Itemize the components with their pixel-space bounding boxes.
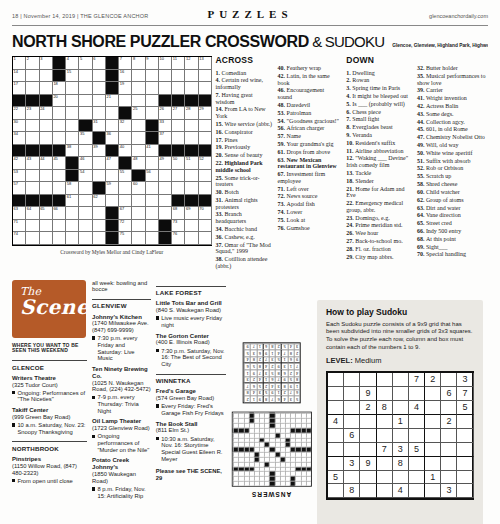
sudoku-empty-cell[interactable] bbox=[393, 401, 409, 415]
crossword-cell[interactable] bbox=[146, 207, 159, 220]
clue-item: 34. Bacchic band bbox=[216, 226, 273, 233]
clue-item: 52. Rob or Orbison bbox=[417, 165, 488, 172]
crossword-cell[interactable] bbox=[199, 120, 212, 133]
sudoku-empty-cell[interactable] bbox=[425, 387, 441, 401]
crossword-answer-cell bbox=[274, 432, 279, 437]
crossword-cell[interactable] bbox=[159, 207, 172, 220]
crossword-cell[interactable] bbox=[53, 132, 66, 145]
sudoku-empty-cell[interactable] bbox=[457, 471, 473, 485]
crossword-cell[interactable] bbox=[26, 132, 39, 145]
crossword-cell[interactable]: 53 bbox=[13, 170, 26, 183]
crossword-cell[interactable]: 31 bbox=[93, 120, 106, 133]
sudoku-empty-cell[interactable] bbox=[344, 443, 360, 457]
sudoku-empty-cell[interactable] bbox=[409, 415, 425, 429]
crossword-cell[interactable]: 34 bbox=[13, 132, 26, 145]
sudoku-answer-cell: 4 bbox=[287, 343, 293, 350]
crossword-answer-cell bbox=[243, 432, 248, 437]
crossword-cell[interactable] bbox=[146, 220, 159, 233]
crossword-cell[interactable]: 8 bbox=[132, 57, 145, 70]
crossword-cell[interactable]: 9 bbox=[146, 57, 159, 70]
crossword-cell[interactable] bbox=[79, 232, 92, 245]
crossword-cell[interactable] bbox=[93, 170, 106, 183]
sudoku-empty-cell[interactable] bbox=[360, 484, 376, 498]
crossword-black-cell bbox=[159, 95, 172, 108]
crossword-cell[interactable] bbox=[106, 170, 119, 183]
venue-address: (1850 Waukegan Road) bbox=[92, 471, 151, 484]
crossword-cell[interactable]: 36 bbox=[106, 132, 119, 145]
crossword-cell[interactable] bbox=[53, 182, 66, 195]
sudoku-empty-cell[interactable] bbox=[377, 429, 393, 443]
sudoku-empty-cell[interactable] bbox=[409, 457, 425, 471]
event-text: 10:30 a.m. Saturday, Nov. 16: Storytime … bbox=[161, 436, 226, 463]
sudoku-empty-cell[interactable] bbox=[409, 471, 425, 485]
sudoku-empty-cell[interactable] bbox=[425, 415, 441, 429]
crossword-cell[interactable] bbox=[199, 220, 212, 233]
crossword-answer-cell bbox=[253, 423, 258, 428]
crossword-cell[interactable] bbox=[132, 95, 145, 108]
sudoku-empty-cell[interactable] bbox=[328, 387, 344, 401]
crossword-cell[interactable] bbox=[185, 220, 198, 233]
crossword-answer-cell bbox=[259, 413, 264, 418]
crossword-answer-cell bbox=[248, 413, 253, 418]
crossword-cell[interactable]: 28 bbox=[185, 107, 198, 120]
clue-number: 34 bbox=[14, 132, 18, 136]
clue-number: 64 bbox=[27, 207, 31, 211]
clue-item: 66. Indy 500 entry bbox=[417, 228, 488, 235]
crossword-cell[interactable] bbox=[132, 220, 145, 233]
crossword-cell[interactable] bbox=[26, 70, 39, 83]
crossword-cell[interactable] bbox=[106, 120, 119, 133]
crossword-cell[interactable]: 6 bbox=[93, 57, 106, 70]
sudoku-given-cell: 5 bbox=[457, 401, 473, 415]
event-text: Live music every Friday night bbox=[161, 315, 226, 328]
clue-number: 58 bbox=[67, 182, 71, 186]
crossword-cell[interactable] bbox=[132, 120, 145, 133]
crossword-cell[interactable] bbox=[26, 82, 39, 95]
crossword-cell[interactable] bbox=[106, 107, 119, 120]
crossword-cell[interactable]: 10 bbox=[159, 57, 172, 70]
sudoku-empty-cell[interactable] bbox=[457, 415, 473, 429]
sudoku-given-cell: 1 bbox=[393, 415, 409, 429]
crossword-cell[interactable] bbox=[146, 157, 159, 170]
crossword-cell[interactable] bbox=[185, 120, 198, 133]
page-header: 18 | November 14, 2019 | THE GLENCOE ANC… bbox=[12, 8, 488, 26]
crossword-cell[interactable]: 41 bbox=[146, 145, 159, 158]
sudoku-empty-cell[interactable] bbox=[360, 373, 376, 387]
sudoku-given-cell: 9 bbox=[360, 457, 376, 471]
sudoku-empty-cell[interactable] bbox=[377, 415, 393, 429]
clue-number: 68 bbox=[173, 207, 177, 211]
sudoku-empty-cell[interactable] bbox=[425, 429, 441, 443]
crossword-cell[interactable]: 76 bbox=[172, 232, 185, 245]
event-item: 10 a.m. Saturday, Nov. 23: Snoopy Thanks… bbox=[12, 422, 87, 435]
clue-number: 17 bbox=[14, 82, 18, 86]
crossword-cell[interactable] bbox=[159, 82, 172, 95]
crossword-cell[interactable]: 69 bbox=[185, 207, 198, 220]
crossword-cell[interactable] bbox=[40, 70, 53, 83]
crossword-cell[interactable]: 22 bbox=[13, 107, 26, 120]
venue-address: (1025 N. Waukegan Road, (224) 432-5472) bbox=[92, 380, 151, 393]
crossword-cell[interactable] bbox=[185, 170, 198, 183]
crossword-black-cell bbox=[40, 195, 53, 208]
sudoku-empty-cell[interactable] bbox=[344, 373, 360, 387]
sudoku-empty-cell[interactable] bbox=[441, 429, 457, 443]
crossword-cell[interactable] bbox=[172, 70, 185, 83]
sudoku-empty-cell[interactable] bbox=[457, 429, 473, 443]
crossword-cell[interactable] bbox=[66, 82, 79, 95]
crossword-answer-cell bbox=[269, 461, 274, 466]
crossword-cell[interactable] bbox=[185, 132, 198, 145]
crossword-cell[interactable] bbox=[79, 95, 92, 108]
sudoku-empty-cell[interactable] bbox=[344, 387, 360, 401]
crossword-cell[interactable]: 39 bbox=[93, 145, 106, 158]
crossword-cell[interactable] bbox=[79, 195, 92, 208]
crossword-cell[interactable] bbox=[66, 107, 79, 120]
clue-number: 53 bbox=[14, 170, 18, 174]
crossword-cell[interactable]: 16 bbox=[119, 70, 132, 83]
crossword-cell[interactable]: 37 bbox=[159, 132, 172, 145]
crossword-cell[interactable]: 2 bbox=[26, 57, 39, 70]
clue-number: 39 bbox=[93, 145, 97, 149]
crossword-cell[interactable] bbox=[119, 132, 132, 145]
crossword-cell[interactable] bbox=[93, 82, 106, 95]
sudoku-empty-cell[interactable] bbox=[393, 429, 409, 443]
crossword-cell[interactable] bbox=[40, 232, 53, 245]
crossword-cell[interactable]: 43 bbox=[26, 157, 39, 170]
crossword-answer-cell bbox=[269, 413, 274, 418]
crossword-cell[interactable] bbox=[146, 232, 159, 245]
crossword-cell[interactable]: 1 bbox=[13, 57, 26, 70]
sudoku-empty-cell[interactable] bbox=[377, 484, 393, 498]
crossword-cell[interactable] bbox=[66, 132, 79, 145]
crossword-cell[interactable] bbox=[40, 82, 53, 95]
crossword-grid[interactable]: 1234567891011121314151617181920212223242… bbox=[12, 56, 212, 246]
sudoku-empty-cell[interactable] bbox=[377, 373, 393, 387]
crossword-cell[interactable]: 45 bbox=[53, 157, 66, 170]
sudoku-empty-cell[interactable] bbox=[441, 443, 457, 457]
crossword-cell[interactable] bbox=[185, 232, 198, 245]
crossword-cell[interactable] bbox=[26, 220, 39, 233]
crossword-cell[interactable] bbox=[93, 95, 106, 108]
crossword-cell[interactable] bbox=[119, 195, 132, 208]
crossword-cell[interactable]: 74 bbox=[13, 232, 26, 245]
crossword-cell[interactable] bbox=[199, 82, 212, 95]
crossword-cell[interactable]: 3 bbox=[40, 57, 53, 70]
crossword-answer-cell bbox=[264, 452, 269, 457]
crossword-cell[interactable] bbox=[79, 145, 92, 158]
crossword-cell[interactable] bbox=[172, 82, 185, 95]
sudoku-empty-cell[interactable] bbox=[441, 457, 457, 471]
sudoku-answer-cell: 7 bbox=[268, 395, 274, 402]
crossword-cell[interactable]: 50 bbox=[172, 157, 185, 170]
crossword-cell[interactable] bbox=[53, 107, 66, 120]
crossword-cell[interactable]: 13 bbox=[199, 57, 212, 70]
event-text: Every Friday: Fred's Garage Fish Fry Fri… bbox=[161, 403, 226, 416]
crossword-cell[interactable]: 30 bbox=[13, 120, 26, 133]
crossword-cell[interactable]: 72 bbox=[119, 220, 132, 233]
down-header: DOWN bbox=[346, 56, 412, 66]
crossword-cell[interactable]: 44 bbox=[40, 157, 53, 170]
crossword-cell[interactable]: 49 bbox=[159, 157, 172, 170]
crossword-cell[interactable] bbox=[26, 182, 39, 195]
sudoku-empty-cell[interactable] bbox=[344, 471, 360, 485]
clue-item: 56. African charger bbox=[278, 125, 340, 132]
crossword-cell[interactable] bbox=[79, 107, 92, 120]
sudoku-empty-cell[interactable] bbox=[393, 373, 409, 387]
crossword-black-cell bbox=[172, 95, 185, 108]
crossword-cell[interactable] bbox=[132, 70, 145, 83]
sudoku-empty-cell[interactable] bbox=[441, 471, 457, 485]
crossword-cell[interactable]: 24 bbox=[40, 107, 53, 120]
website-url: glencoeanchordaily.com bbox=[318, 13, 488, 19]
crossword-cell[interactable]: 57 bbox=[13, 182, 26, 195]
crossword-cell[interactable]: 11 bbox=[172, 57, 185, 70]
crossword-cell[interactable] bbox=[106, 195, 119, 208]
crossword-black-cell bbox=[185, 95, 198, 108]
crossword-cell[interactable]: 66 bbox=[53, 207, 66, 220]
crossword-cell[interactable]: 61 bbox=[66, 195, 79, 208]
crossword-cell[interactable] bbox=[119, 182, 132, 195]
sudoku-empty-cell[interactable] bbox=[457, 457, 473, 471]
sudoku-empty-cell[interactable] bbox=[377, 471, 393, 485]
sudoku-answer-cell: 2 bbox=[244, 395, 250, 402]
clue-number: 56 bbox=[146, 170, 150, 174]
crossword-cell[interactable] bbox=[40, 182, 53, 195]
crossword-cell[interactable]: 75 bbox=[119, 232, 132, 245]
crossword-answer-cell bbox=[295, 466, 300, 471]
crossword-answer-cell bbox=[259, 447, 264, 452]
crossword-cell[interactable] bbox=[26, 170, 39, 183]
sudoku-empty-cell[interactable] bbox=[344, 401, 360, 415]
crossword-cell[interactable]: 51 bbox=[185, 157, 198, 170]
crossword-cell[interactable] bbox=[172, 120, 185, 133]
sudoku-empty-cell[interactable] bbox=[328, 443, 344, 457]
crossword-cell[interactable]: 15 bbox=[66, 70, 79, 83]
crossword-cell[interactable]: 21 bbox=[106, 95, 119, 108]
crossword-cell[interactable]: 48 bbox=[132, 157, 145, 170]
crossword-cell[interactable]: 52 bbox=[199, 157, 212, 170]
crossword-cell[interactable]: 64 bbox=[26, 207, 39, 220]
crossword-answer-cell bbox=[259, 481, 264, 486]
crossword-cell[interactable]: 7 bbox=[119, 57, 132, 70]
sudoku-empty-cell[interactable] bbox=[425, 457, 441, 471]
crossword-cell[interactable] bbox=[66, 120, 79, 133]
crossword-cell[interactable]: 40 bbox=[119, 145, 132, 158]
sudoku-empty-cell[interactable] bbox=[377, 387, 393, 401]
crossword-cell[interactable]: 38 bbox=[66, 145, 79, 158]
sudoku-empty-cell[interactable] bbox=[344, 415, 360, 429]
crossword-cell[interactable] bbox=[185, 82, 198, 95]
crossword-cell[interactable] bbox=[93, 232, 106, 245]
venue-listing: The Book Stall(811 Elm St.)10:30 a.m. Sa… bbox=[156, 421, 226, 463]
crossword-cell[interactable] bbox=[132, 195, 145, 208]
sudoku-grid[interactable]: 7239672845412673539851843 bbox=[326, 371, 474, 500]
crossword-cell[interactable] bbox=[159, 182, 172, 195]
crossword-cell[interactable]: 55 bbox=[119, 170, 132, 183]
sudoku-empty-cell[interactable] bbox=[328, 373, 344, 387]
crossword-cell[interactable] bbox=[93, 157, 106, 170]
crossword-cell[interactable]: 5 bbox=[79, 57, 92, 70]
crossword-cell[interactable] bbox=[93, 220, 106, 233]
crossword-cell[interactable] bbox=[132, 207, 145, 220]
crossword-cell[interactable]: 29 bbox=[199, 107, 212, 120]
crossword-cell[interactable] bbox=[93, 107, 106, 120]
crossword-cell[interactable]: 58 bbox=[66, 182, 79, 195]
crossword-cell[interactable] bbox=[146, 82, 159, 95]
sudoku-empty-cell[interactable] bbox=[425, 401, 441, 415]
clue-item: 74. Lower bbox=[278, 209, 340, 216]
sudoku-empty-cell[interactable] bbox=[328, 457, 344, 471]
crossword-cell[interactable]: 12 bbox=[185, 57, 198, 70]
crossword-cell[interactable] bbox=[40, 132, 53, 145]
crossword-cell[interactable] bbox=[79, 182, 92, 195]
crossword-cell[interactable] bbox=[159, 70, 172, 83]
crossword-cell[interactable]: 42 bbox=[13, 157, 26, 170]
crossword-cell[interactable]: 70 bbox=[199, 207, 212, 220]
crossword-cell[interactable]: 25 bbox=[132, 107, 145, 120]
sudoku-answer-cell: 5 bbox=[287, 376, 293, 383]
sudoku-empty-cell[interactable] bbox=[457, 484, 473, 498]
crossword-cell[interactable]: 19 bbox=[119, 82, 132, 95]
crossword-cell[interactable]: 59 bbox=[106, 182, 119, 195]
crossword-answer-cell bbox=[295, 476, 300, 481]
crossword-cell[interactable] bbox=[199, 132, 212, 145]
sudoku-empty-cell[interactable] bbox=[377, 457, 393, 471]
sudoku-empty-cell[interactable] bbox=[425, 484, 441, 498]
sudoku-empty-cell[interactable] bbox=[409, 387, 425, 401]
sudoku-empty-cell[interactable] bbox=[457, 443, 473, 457]
crossword-cell[interactable]: 33 bbox=[159, 120, 172, 133]
crossword-cell[interactable] bbox=[172, 170, 185, 183]
crossword-cell[interactable] bbox=[40, 220, 53, 233]
sudoku-empty-cell[interactable] bbox=[360, 443, 376, 457]
crossword-cell[interactable]: 27 bbox=[172, 107, 185, 120]
crossword-cell[interactable]: 35 bbox=[79, 132, 92, 145]
crossword-cell[interactable] bbox=[79, 207, 92, 220]
crossword-cell[interactable]: 14 bbox=[13, 70, 26, 83]
sudoku-empty-cell[interactable] bbox=[328, 484, 344, 498]
clue-number: 59 bbox=[106, 182, 110, 186]
crossword-cell[interactable] bbox=[93, 70, 106, 83]
sudoku-empty-cell[interactable] bbox=[409, 429, 425, 443]
crossword-cell[interactable] bbox=[40, 170, 53, 183]
crossword-cell[interactable] bbox=[199, 170, 212, 183]
crossword-cell[interactable] bbox=[119, 95, 132, 108]
sudoku-empty-cell[interactable] bbox=[360, 415, 376, 429]
crossword-black-cell bbox=[13, 145, 26, 158]
crossword-cell[interactable] bbox=[132, 145, 145, 158]
crossword-cell[interactable] bbox=[53, 232, 66, 245]
crossword-cell[interactable] bbox=[79, 82, 92, 95]
sudoku-empty-cell[interactable] bbox=[360, 471, 376, 485]
crossword-cell[interactable] bbox=[132, 82, 145, 95]
crossword-answer-cell bbox=[259, 432, 264, 437]
crossword-cell[interactable] bbox=[79, 70, 92, 83]
scene-tagline: WHERE YOU WANT TO BE SEEN THIS WEEKEND bbox=[12, 343, 84, 355]
crossword-cell[interactable]: 62 bbox=[93, 195, 106, 208]
sudoku-empty-cell[interactable] bbox=[328, 401, 344, 415]
crossword-cell[interactable]: 60 bbox=[132, 182, 145, 195]
crossword-cell[interactable]: 56 bbox=[146, 170, 159, 183]
crossword-cell[interactable] bbox=[172, 182, 185, 195]
crossword-cell[interactable] bbox=[146, 70, 159, 83]
crossword-cell[interactable] bbox=[132, 132, 145, 145]
crossword-cell[interactable]: 23 bbox=[26, 107, 39, 120]
crossword-cell[interactable] bbox=[40, 120, 53, 133]
crossword-cell[interactable]: 68 bbox=[172, 207, 185, 220]
sudoku-empty-cell[interactable] bbox=[393, 471, 409, 485]
crossword-cell[interactable] bbox=[79, 220, 92, 233]
crossword-cell[interactable]: 65 bbox=[40, 207, 53, 220]
crossword-cell[interactable]: 71 bbox=[13, 220, 26, 233]
crossword-cell[interactable]: 73 bbox=[172, 220, 185, 233]
crossword-cell[interactable]: 4 bbox=[66, 57, 79, 70]
sudoku-empty-cell[interactable] bbox=[441, 401, 457, 415]
clue-item: 29. City map abbrs. bbox=[346, 254, 412, 261]
crossword-cell[interactable]: 17 bbox=[13, 82, 26, 95]
crossword-cell[interactable] bbox=[185, 70, 198, 83]
crossword-cell[interactable] bbox=[132, 232, 145, 245]
crossword-answer-cell bbox=[233, 476, 238, 481]
scene-column-1: The Scene WHERE YOU WANT TO BE SEEN THIS… bbox=[12, 280, 87, 524]
crossword-cell[interactable] bbox=[199, 182, 212, 195]
crossword-cell[interactable] bbox=[26, 120, 39, 133]
sudoku-empty-cell[interactable] bbox=[393, 387, 409, 401]
crossword-cell[interactable] bbox=[146, 195, 159, 208]
sudoku-empty-cell[interactable] bbox=[425, 443, 441, 457]
crossword-cell[interactable] bbox=[199, 232, 212, 245]
crossword-cell[interactable] bbox=[159, 195, 172, 208]
crossword-answer-cell bbox=[238, 461, 243, 466]
crossword-cell[interactable] bbox=[172, 132, 185, 145]
crossword-cell[interactable] bbox=[185, 182, 198, 195]
crossword-cell[interactable]: 32 bbox=[119, 120, 132, 133]
sudoku-empty-cell[interactable] bbox=[328, 429, 344, 443]
crossword-cell[interactable] bbox=[53, 170, 66, 183]
crossword-cell[interactable] bbox=[146, 107, 159, 120]
crossword-cell[interactable] bbox=[146, 95, 159, 108]
sudoku-answer-cell: 8 bbox=[256, 362, 262, 369]
crossword-cell[interactable] bbox=[66, 95, 79, 108]
event-text: 7-9 p.m. every Thursday: Trivia Night bbox=[97, 394, 150, 414]
clue-number: 44 bbox=[40, 157, 44, 161]
crossword-cell[interactable] bbox=[53, 120, 66, 133]
crossword-cell[interactable]: 67 bbox=[119, 207, 132, 220]
crossword-cell[interactable]: 20 bbox=[53, 95, 66, 108]
crossword-cell[interactable] bbox=[199, 70, 212, 83]
crossword-cell[interactable]: 26 bbox=[159, 107, 172, 120]
crossword-cell[interactable]: 63 bbox=[13, 207, 26, 220]
crossword-cell[interactable] bbox=[66, 220, 79, 233]
crossword-cell[interactable]: 47 bbox=[106, 157, 119, 170]
crossword-cell[interactable] bbox=[93, 207, 106, 220]
crossword-answer-cell bbox=[295, 471, 300, 476]
sudoku-given-cell: 5 bbox=[409, 443, 425, 457]
sudoku-empty-cell[interactable] bbox=[441, 373, 457, 387]
crossword-cell[interactable] bbox=[66, 207, 79, 220]
crossword-cell[interactable] bbox=[26, 232, 39, 245]
crossword-cell[interactable] bbox=[66, 232, 79, 245]
crossword-cell[interactable]: 54 bbox=[79, 170, 92, 183]
sudoku-empty-cell[interactable] bbox=[409, 484, 425, 498]
crossword-cell[interactable] bbox=[146, 182, 159, 195]
crossword-cell[interactable]: 46 bbox=[79, 157, 92, 170]
crossword-answer-cell bbox=[243, 447, 248, 452]
sudoku-empty-cell[interactable] bbox=[360, 429, 376, 443]
crossword-cell[interactable]: 18 bbox=[53, 82, 66, 95]
crossword-cell[interactable] bbox=[53, 220, 66, 233]
crossword-cell[interactable] bbox=[159, 170, 172, 183]
